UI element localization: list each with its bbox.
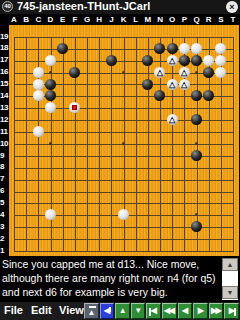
board-point[interactable] [178, 149, 190, 161]
board-point[interactable] [105, 173, 117, 185]
board-point[interactable] [69, 197, 81, 209]
board-point[interactable] [57, 161, 69, 173]
board-point[interactable] [142, 149, 154, 161]
board-point[interactable] [93, 149, 105, 161]
board-point[interactable] [32, 209, 44, 221]
board-point[interactable] [117, 197, 129, 209]
board-point[interactable] [81, 31, 93, 43]
board-point[interactable] [44, 138, 56, 150]
board-point[interactable] [154, 185, 166, 197]
board-point[interactable] [178, 31, 190, 43]
board-point[interactable] [178, 54, 190, 66]
board-point[interactable] [32, 102, 44, 114]
board-point[interactable] [44, 161, 56, 173]
board-point[interactable] [105, 42, 117, 54]
board-point[interactable] [215, 114, 227, 126]
board-point[interactable] [190, 233, 202, 245]
board-point[interactable] [44, 233, 56, 245]
board-point[interactable] [129, 90, 141, 102]
board-point[interactable] [227, 209, 239, 221]
board-point[interactable] [32, 245, 44, 257]
board-point[interactable] [202, 209, 214, 221]
board-point[interactable] [190, 102, 202, 114]
board-point[interactable] [190, 161, 202, 173]
board-point[interactable] [8, 66, 20, 78]
nav-fast-forward-button[interactable]: ▶▶ [209, 303, 224, 319]
board-point[interactable] [44, 245, 56, 257]
nav-down-button[interactable]: ▼ [131, 303, 146, 319]
board-point[interactable] [44, 102, 56, 114]
board-point[interactable] [117, 90, 129, 102]
board-point[interactable] [166, 197, 178, 209]
board-point[interactable] [81, 90, 93, 102]
board-point[interactable] [105, 66, 117, 78]
board-point[interactable] [166, 233, 178, 245]
board-point[interactable] [57, 185, 69, 197]
board-point[interactable] [178, 161, 190, 173]
board-point[interactable] [215, 42, 227, 54]
board-point[interactable] [166, 173, 178, 185]
board-point[interactable] [105, 54, 117, 66]
board-point[interactable] [142, 138, 154, 150]
board-point[interactable] [178, 185, 190, 197]
board-point[interactable] [93, 161, 105, 173]
board-point[interactable] [190, 114, 202, 126]
board-point[interactable] [117, 102, 129, 114]
board-point[interactable] [166, 102, 178, 114]
board-point[interactable] [227, 90, 239, 102]
board-point[interactable] [20, 138, 32, 150]
board-point[interactable] [178, 42, 190, 54]
board-point[interactable] [93, 42, 105, 54]
board-point[interactable]: △ [166, 54, 178, 66]
board-point[interactable] [166, 42, 178, 54]
board-point[interactable] [32, 114, 44, 126]
board-point[interactable] [227, 126, 239, 138]
board-point[interactable] [190, 66, 202, 78]
board-point[interactable] [202, 185, 214, 197]
board-point[interactable] [44, 54, 56, 66]
board-point[interactable] [190, 54, 202, 66]
board-point[interactable] [154, 78, 166, 90]
board-point[interactable] [93, 245, 105, 257]
board-point[interactable] [20, 245, 32, 257]
board-point[interactable] [8, 173, 20, 185]
board-point[interactable] [142, 102, 154, 114]
board-point[interactable] [227, 66, 239, 78]
board-point[interactable] [166, 126, 178, 138]
board-point[interactable] [8, 245, 20, 257]
board-point[interactable] [190, 185, 202, 197]
board-point[interactable] [8, 54, 20, 66]
board-point[interactable] [154, 54, 166, 66]
board-point[interactable] [32, 197, 44, 209]
board-point[interactable] [8, 102, 20, 114]
board-point[interactable] [81, 102, 93, 114]
board-point[interactable] [215, 66, 227, 78]
board-point[interactable] [215, 90, 227, 102]
board-point[interactable] [190, 197, 202, 209]
board-point[interactable] [227, 31, 239, 43]
board-point[interactable] [202, 126, 214, 138]
board-point[interactable] [215, 161, 227, 173]
board-point[interactable] [81, 221, 93, 233]
board-point[interactable] [190, 173, 202, 185]
board-point[interactable] [178, 221, 190, 233]
nav-fast-back-button[interactable]: ◀◀ [162, 303, 177, 319]
board-point[interactable] [81, 233, 93, 245]
board-point[interactable] [57, 102, 69, 114]
board-point[interactable] [105, 126, 117, 138]
board-point[interactable] [202, 221, 214, 233]
board-point[interactable] [57, 209, 69, 221]
board-point[interactable] [93, 138, 105, 150]
board-point[interactable] [154, 114, 166, 126]
board-point[interactable] [129, 173, 141, 185]
board-point[interactable] [166, 90, 178, 102]
board-point[interactable] [8, 221, 20, 233]
board-point[interactable] [32, 54, 44, 66]
board-point[interactable] [81, 114, 93, 126]
board-point[interactable] [8, 42, 20, 54]
board-point[interactable] [117, 221, 129, 233]
board-point[interactable] [105, 78, 117, 90]
board-point[interactable] [142, 245, 154, 257]
board-point[interactable] [20, 102, 32, 114]
board-point[interactable] [105, 114, 117, 126]
board-point[interactable] [20, 149, 32, 161]
board-point[interactable] [69, 31, 81, 43]
board-point[interactable] [202, 114, 214, 126]
board-point[interactable] [202, 161, 214, 173]
board-point[interactable] [44, 90, 56, 102]
board-point[interactable] [202, 197, 214, 209]
board-point[interactable] [142, 126, 154, 138]
board-point[interactable] [8, 197, 20, 209]
board-point[interactable] [32, 221, 44, 233]
board-point[interactable] [105, 233, 117, 245]
board-point[interactable] [129, 185, 141, 197]
board-point[interactable] [69, 209, 81, 221]
board-point[interactable] [44, 149, 56, 161]
board-point[interactable] [178, 126, 190, 138]
board-point[interactable] [8, 209, 20, 221]
board-point[interactable] [44, 31, 56, 43]
board-point[interactable] [129, 114, 141, 126]
board-point[interactable] [8, 138, 20, 150]
board-point[interactable] [69, 114, 81, 126]
board-point[interactable] [117, 31, 129, 43]
board-point[interactable] [105, 209, 117, 221]
menu-view[interactable]: View [59, 304, 84, 316]
board-point[interactable] [32, 161, 44, 173]
board-point[interactable] [117, 245, 129, 257]
board-point[interactable] [129, 209, 141, 221]
board-point[interactable] [20, 114, 32, 126]
board-point[interactable] [129, 66, 141, 78]
board-point[interactable] [8, 161, 20, 173]
board-point[interactable] [190, 221, 202, 233]
board-point[interactable] [69, 66, 81, 78]
board-point[interactable] [129, 126, 141, 138]
board-point[interactable] [215, 31, 227, 43]
board-point[interactable] [93, 173, 105, 185]
menu-file[interactable]: File [4, 304, 23, 316]
board-point[interactable] [20, 233, 32, 245]
board-point[interactable] [93, 102, 105, 114]
board-point[interactable] [81, 149, 93, 161]
board-point[interactable] [20, 90, 32, 102]
board-point[interactable] [93, 66, 105, 78]
board-point[interactable] [117, 78, 129, 90]
board-point[interactable] [178, 114, 190, 126]
nav-back-button[interactable]: ◀ [178, 303, 193, 319]
board-point[interactable] [57, 54, 69, 66]
board-point[interactable] [227, 245, 239, 257]
board-point[interactable] [8, 78, 20, 90]
board-point[interactable] [105, 31, 117, 43]
board-point[interactable] [69, 221, 81, 233]
board-point[interactable] [178, 138, 190, 150]
board-point[interactable] [202, 138, 214, 150]
board-point[interactable] [129, 78, 141, 90]
board-point[interactable] [117, 42, 129, 54]
board-point[interactable] [93, 126, 105, 138]
board-point[interactable] [69, 233, 81, 245]
board-point[interactable] [129, 233, 141, 245]
board-point[interactable] [227, 173, 239, 185]
board-point[interactable] [154, 31, 166, 43]
board-point[interactable] [190, 126, 202, 138]
board-point[interactable] [32, 185, 44, 197]
board-point[interactable] [44, 197, 56, 209]
board-point[interactable] [215, 221, 227, 233]
board-point[interactable] [142, 78, 154, 90]
board-point[interactable] [117, 233, 129, 245]
board-point[interactable] [69, 245, 81, 257]
board-point[interactable] [93, 221, 105, 233]
board-point[interactable] [142, 197, 154, 209]
board-point[interactable] [8, 149, 20, 161]
board-point[interactable] [166, 185, 178, 197]
board-point[interactable] [8, 114, 20, 126]
board-point[interactable] [154, 233, 166, 245]
board-point[interactable] [57, 233, 69, 245]
scroll-up-icon[interactable]: ▲ [222, 258, 238, 271]
board-point[interactable] [202, 78, 214, 90]
board-point[interactable] [93, 31, 105, 43]
board-point[interactable] [69, 173, 81, 185]
board-point[interactable] [154, 42, 166, 54]
board-point[interactable] [117, 54, 129, 66]
board-point[interactable] [166, 161, 178, 173]
board-point[interactable] [215, 197, 227, 209]
board-point[interactable] [69, 149, 81, 161]
board-point[interactable] [215, 233, 227, 245]
board-point[interactable] [178, 197, 190, 209]
nav-forward-button[interactable]: ▶ [193, 303, 208, 319]
board-point[interactable] [105, 161, 117, 173]
board-point[interactable] [32, 173, 44, 185]
board-point[interactable] [117, 173, 129, 185]
board-point[interactable] [227, 54, 239, 66]
board-point[interactable] [142, 209, 154, 221]
board-point[interactable] [8, 31, 20, 43]
board-point[interactable] [117, 149, 129, 161]
board-point[interactable] [57, 31, 69, 43]
board-point[interactable] [154, 173, 166, 185]
board-point[interactable] [202, 90, 214, 102]
board-point[interactable] [105, 245, 117, 257]
board-point[interactable] [142, 90, 154, 102]
board-point[interactable] [8, 90, 20, 102]
board-point[interactable] [105, 221, 117, 233]
board-point[interactable]: △ [178, 78, 190, 90]
board-point[interactable] [178, 245, 190, 257]
board-point[interactable] [166, 221, 178, 233]
board-point[interactable] [166, 66, 178, 78]
nav-first-move-button[interactable]: ◀ [146, 303, 161, 319]
board-point[interactable] [20, 173, 32, 185]
board-point[interactable] [154, 126, 166, 138]
board-point[interactable] [8, 233, 20, 245]
board-point[interactable] [69, 78, 81, 90]
board-point[interactable] [117, 209, 129, 221]
board-point[interactable] [93, 90, 105, 102]
board-point[interactable] [32, 31, 44, 43]
board-point[interactable] [117, 185, 129, 197]
board-point[interactable] [190, 31, 202, 43]
board-point[interactable] [93, 114, 105, 126]
board-point[interactable] [32, 42, 44, 54]
board-point[interactable] [202, 173, 214, 185]
board-point[interactable] [202, 31, 214, 43]
board-point[interactable] [32, 66, 44, 78]
board-point[interactable] [154, 245, 166, 257]
board-point[interactable] [178, 90, 190, 102]
board-point[interactable] [142, 161, 154, 173]
board-point[interactable] [44, 42, 56, 54]
board-point[interactable] [215, 78, 227, 90]
board-point[interactable] [20, 197, 32, 209]
board-point[interactable] [227, 42, 239, 54]
board-point[interactable] [57, 90, 69, 102]
board-point[interactable] [178, 209, 190, 221]
board-point[interactable] [142, 221, 154, 233]
board-point[interactable] [57, 245, 69, 257]
menu-edit[interactable]: Edit [31, 304, 52, 316]
board-point[interactable] [227, 149, 239, 161]
board-point[interactable] [154, 90, 166, 102]
board-point[interactable] [81, 185, 93, 197]
board-point[interactable] [105, 185, 117, 197]
board-point[interactable] [227, 78, 239, 90]
board-point[interactable] [69, 161, 81, 173]
board-point[interactable] [129, 149, 141, 161]
board-point[interactable] [20, 161, 32, 173]
board-point[interactable] [154, 221, 166, 233]
board-point[interactable]: △ [178, 66, 190, 78]
board-point[interactable] [129, 197, 141, 209]
board-point[interactable] [202, 233, 214, 245]
board-point[interactable] [81, 173, 93, 185]
board-point[interactable] [227, 114, 239, 126]
board-point[interactable] [20, 126, 32, 138]
board-point[interactable] [129, 245, 141, 257]
board-point[interactable] [69, 54, 81, 66]
board-point[interactable] [105, 197, 117, 209]
board-point[interactable] [215, 173, 227, 185]
board-point[interactable] [44, 66, 56, 78]
board-point[interactable] [154, 138, 166, 150]
board-point[interactable] [190, 149, 202, 161]
board-point[interactable] [32, 233, 44, 245]
board-point[interactable] [129, 221, 141, 233]
board-point[interactable] [202, 54, 214, 66]
board-point[interactable] [44, 185, 56, 197]
board-point[interactable] [20, 54, 32, 66]
board-point[interactable] [57, 78, 69, 90]
board-point[interactable] [129, 31, 141, 43]
board-point[interactable] [190, 78, 202, 90]
board-point[interactable]: △ [166, 114, 178, 126]
board-point[interactable] [81, 209, 93, 221]
board-point[interactable] [105, 90, 117, 102]
board-point[interactable] [32, 126, 44, 138]
board-point[interactable] [227, 233, 239, 245]
board-point[interactable] [69, 138, 81, 150]
board-point[interactable] [154, 102, 166, 114]
board-point[interactable] [227, 197, 239, 209]
board-point[interactable] [190, 245, 202, 257]
board-point[interactable] [81, 42, 93, 54]
board-point[interactable] [81, 126, 93, 138]
board-point[interactable] [81, 66, 93, 78]
board-point[interactable] [105, 149, 117, 161]
board-point[interactable] [57, 42, 69, 54]
board-point[interactable] [57, 138, 69, 150]
board-point[interactable] [44, 114, 56, 126]
board-point[interactable] [190, 42, 202, 54]
board-point[interactable] [69, 90, 81, 102]
board-point[interactable]: △ [166, 78, 178, 90]
board-point[interactable] [20, 78, 32, 90]
board-point[interactable] [57, 149, 69, 161]
board-point[interactable] [129, 42, 141, 54]
board-point[interactable] [20, 209, 32, 221]
board-point[interactable] [129, 54, 141, 66]
board-point[interactable] [117, 161, 129, 173]
board-point[interactable] [215, 126, 227, 138]
board-point[interactable] [190, 90, 202, 102]
board-point[interactable] [32, 149, 44, 161]
board-point[interactable] [215, 102, 227, 114]
board-point[interactable] [129, 138, 141, 150]
board-point[interactable] [93, 54, 105, 66]
board-point[interactable] [215, 245, 227, 257]
board-point[interactable] [69, 185, 81, 197]
board-point[interactable] [81, 54, 93, 66]
board-point[interactable] [166, 245, 178, 257]
board-point[interactable] [20, 31, 32, 43]
board-point[interactable] [227, 161, 239, 173]
board-point[interactable] [44, 173, 56, 185]
board-point[interactable] [166, 209, 178, 221]
board-point[interactable] [178, 233, 190, 245]
board-point[interactable] [227, 221, 239, 233]
board-point[interactable] [32, 78, 44, 90]
board-point[interactable] [57, 173, 69, 185]
